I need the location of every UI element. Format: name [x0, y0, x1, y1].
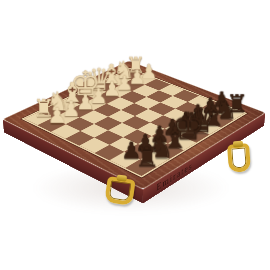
clasp-ring: [227, 143, 251, 172]
board-squares: ♜♞♝♚♛♝♞♜♟♟♟♟♟♟♟♟♟♟♟♟♟♟♟♟♜♞♝♚♛♝♞♜: [21, 68, 247, 178]
product-photo: ♜♞♝♚♛♝♞♜♟♟♟♟♟♟♟♟♟♟♟♟♟♟♟♟♜♞♝♚♛♝♞♜ Emirate…: [0, 0, 270, 270]
scene: ♜♞♝♚♛♝♞♜♟♟♟♟♟♟♟♟♟♟♟♟♟♟♟♟♜♞♝♚♛♝♞♜ Emirate…: [0, 0, 270, 270]
brass-clasp-right-icon: [227, 143, 251, 172]
piece-white-pawn: ♟: [47, 106, 66, 128]
brass-clasp-left-icon: [104, 176, 135, 206]
chess-board: ♜♞♝♚♛♝♞♜♟♟♟♟♟♟♟♟♟♟♟♟♟♟♟♟♜♞♝♚♛♝♞♜ Emirate…: [3, 61, 266, 189]
board-frame: ♜♞♝♚♛♝♞♜♟♟♟♟♟♟♟♟♟♟♟♟♟♟♟♟♜♞♝♚♛♝♞♜: [3, 61, 266, 189]
clasp-ring: [104, 176, 135, 206]
piece-black-rook: ♜: [135, 144, 159, 171]
